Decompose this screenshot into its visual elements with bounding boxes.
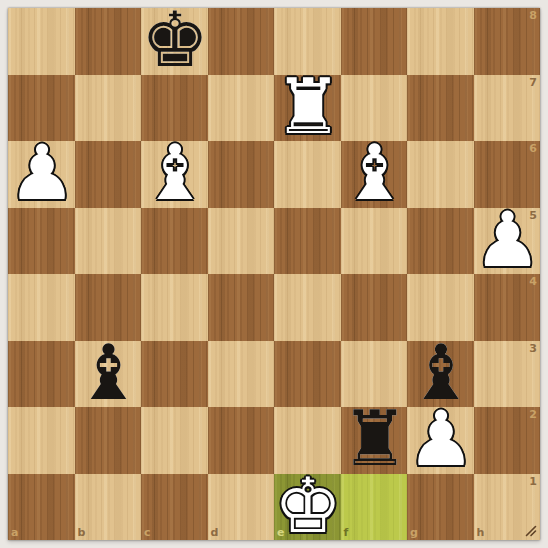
square-d7[interactable]: [208, 75, 275, 142]
square-b3[interactable]: ♝: [75, 341, 142, 408]
file-label-g: g: [410, 527, 418, 538]
square-f2[interactable]: ♜: [341, 407, 408, 474]
square-h8[interactable]: 8: [474, 8, 541, 75]
square-e1[interactable]: e♚: [274, 474, 341, 541]
square-g6[interactable]: [407, 141, 474, 208]
file-label-h: h: [477, 527, 485, 538]
square-b7[interactable]: [75, 75, 142, 142]
square-d6[interactable]: [208, 141, 275, 208]
piece-white-rook-e7[interactable]: ♜: [274, 75, 341, 142]
square-a6[interactable]: ♟: [8, 141, 75, 208]
square-f5[interactable]: [341, 208, 408, 275]
piece-white-bishop-c6[interactable]: ♝: [141, 141, 208, 208]
square-c8[interactable]: ♚: [141, 8, 208, 75]
piece-black-rook-f2[interactable]: ♜: [341, 407, 408, 474]
square-d3[interactable]: [208, 341, 275, 408]
square-a8[interactable]: [8, 8, 75, 75]
file-label-a: a: [11, 527, 18, 538]
square-d2[interactable]: [208, 407, 275, 474]
rank-label-2: 2: [529, 409, 537, 420]
rank-label-8: 8: [529, 10, 537, 21]
piece-black-king-c8[interactable]: ♚: [141, 8, 208, 75]
rank-label-3: 3: [529, 343, 537, 354]
file-label-b: b: [78, 527, 86, 538]
square-a2[interactable]: [8, 407, 75, 474]
square-d5[interactable]: [208, 208, 275, 275]
square-c6[interactable]: ♝: [141, 141, 208, 208]
square-e3[interactable]: [274, 341, 341, 408]
square-f8[interactable]: [341, 8, 408, 75]
square-g1[interactable]: g: [407, 474, 474, 541]
square-f1[interactable]: f: [341, 474, 408, 541]
square-h5[interactable]: 5♟: [474, 208, 541, 275]
piece-white-pawn-a6[interactable]: ♟: [8, 141, 75, 208]
square-b5[interactable]: [75, 208, 142, 275]
chess-board: ♚8♜7♟♝♝65♟4♝♝3♜♟2abcde♚fgh1: [8, 8, 540, 540]
square-c4[interactable]: [141, 274, 208, 341]
square-a1[interactable]: a: [8, 474, 75, 541]
square-b8[interactable]: [75, 8, 142, 75]
square-f6[interactable]: ♝: [341, 141, 408, 208]
square-g2[interactable]: ♟: [407, 407, 474, 474]
square-e5[interactable]: [274, 208, 341, 275]
square-c1[interactable]: c: [141, 474, 208, 541]
square-b1[interactable]: b: [75, 474, 142, 541]
square-g5[interactable]: [407, 208, 474, 275]
square-b6[interactable]: [75, 141, 142, 208]
piece-black-bishop-b3[interactable]: ♝: [75, 341, 142, 408]
square-a3[interactable]: [8, 341, 75, 408]
square-h4[interactable]: 4: [474, 274, 541, 341]
square-h1[interactable]: h1: [474, 474, 541, 541]
square-d8[interactable]: [208, 8, 275, 75]
square-a4[interactable]: [8, 274, 75, 341]
square-c5[interactable]: [141, 208, 208, 275]
square-h7[interactable]: 7: [474, 75, 541, 142]
rank-label-6: 6: [529, 143, 537, 154]
square-c2[interactable]: [141, 407, 208, 474]
square-e7[interactable]: ♜: [274, 75, 341, 142]
square-g7[interactable]: [407, 75, 474, 142]
square-h2[interactable]: 2: [474, 407, 541, 474]
file-label-f: f: [344, 527, 349, 538]
file-label-d: d: [211, 527, 219, 538]
square-f4[interactable]: [341, 274, 408, 341]
rank-label-1: 1: [529, 476, 537, 487]
resize-handle-icon[interactable]: [525, 525, 537, 537]
square-g8[interactable]: [407, 8, 474, 75]
square-d4[interactable]: [208, 274, 275, 341]
square-d1[interactable]: d: [208, 474, 275, 541]
square-a5[interactable]: [8, 208, 75, 275]
square-e6[interactable]: [274, 141, 341, 208]
rank-label-7: 7: [529, 77, 537, 88]
piece-white-bishop-f6[interactable]: ♝: [341, 141, 408, 208]
square-c3[interactable]: [141, 341, 208, 408]
file-label-c: c: [144, 527, 151, 538]
piece-white-king-e1[interactable]: ♚: [274, 474, 341, 541]
piece-white-pawn-g2[interactable]: ♟: [407, 407, 474, 474]
square-b2[interactable]: [75, 407, 142, 474]
square-h3[interactable]: 3: [474, 341, 541, 408]
piece-white-pawn-h5[interactable]: ♟: [474, 208, 541, 275]
square-e4[interactable]: [274, 274, 341, 341]
